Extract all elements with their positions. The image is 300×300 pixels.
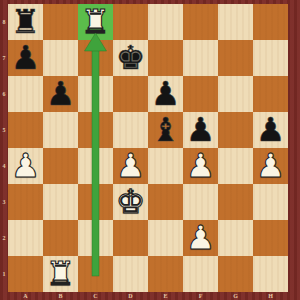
piece-white-pawn[interactable]: ♟ — [116, 148, 146, 184]
piece-white-pawn[interactable]: ♟ — [256, 148, 286, 184]
file-label-d: D — [113, 292, 148, 300]
square-f2[interactable]: ♟ — [183, 220, 218, 256]
piece-black-king[interactable]: ♚ — [116, 40, 146, 76]
square-e2[interactable] — [148, 220, 183, 256]
square-f6[interactable] — [183, 76, 218, 112]
square-c7[interactable] — [78, 40, 113, 76]
square-f4[interactable]: ♟ — [183, 148, 218, 184]
square-b5[interactable] — [43, 112, 78, 148]
square-e5[interactable]: ♝ — [148, 112, 183, 148]
square-a7[interactable]: ♟ — [8, 40, 43, 76]
square-g4[interactable] — [218, 148, 253, 184]
square-d1[interactable] — [113, 256, 148, 292]
square-d4[interactable]: ♟ — [113, 148, 148, 184]
square-a6[interactable] — [8, 76, 43, 112]
square-b2[interactable] — [43, 220, 78, 256]
square-h8[interactable] — [253, 4, 288, 40]
square-h4[interactable]: ♟ — [253, 148, 288, 184]
square-c8[interactable]: ♜ — [78, 4, 113, 40]
square-b1[interactable]: ♜ — [43, 256, 78, 292]
square-a5[interactable] — [8, 112, 43, 148]
square-c3[interactable] — [78, 184, 113, 220]
piece-white-pawn[interactable]: ♟ — [186, 220, 216, 256]
square-d6[interactable] — [113, 76, 148, 112]
square-d3[interactable]: ♚ — [113, 184, 148, 220]
square-a8[interactable]: ♜ — [8, 4, 43, 40]
square-f3[interactable] — [183, 184, 218, 220]
rank-label-8: 8 — [0, 4, 8, 40]
piece-black-pawn[interactable]: ♟ — [256, 112, 286, 148]
square-e6[interactable]: ♟ — [148, 76, 183, 112]
file-labels: ABCDEFGH — [8, 292, 288, 300]
square-e8[interactable] — [148, 4, 183, 40]
board-grid: ♜♜♟♚♟♟♝♟♟♟♟♟♟♚♟♜ — [8, 4, 288, 292]
square-c6[interactable] — [78, 76, 113, 112]
piece-black-pawn[interactable]: ♟ — [46, 76, 76, 112]
square-a3[interactable] — [8, 184, 43, 220]
square-g2[interactable] — [218, 220, 253, 256]
piece-white-rook[interactable]: ♜ — [81, 4, 111, 40]
chess-board: 87654321 ABCDEFGH ♜♜♟♚♟♟♝♟♟♟♟♟♟♚♟♜ — [0, 0, 300, 300]
square-a1[interactable] — [8, 256, 43, 292]
square-f8[interactable] — [183, 4, 218, 40]
square-b3[interactable] — [43, 184, 78, 220]
rank-label-5: 5 — [0, 112, 8, 148]
rank-label-4: 4 — [0, 148, 8, 184]
square-b7[interactable] — [43, 40, 78, 76]
square-g7[interactable] — [218, 40, 253, 76]
square-f5[interactable]: ♟ — [183, 112, 218, 148]
square-d7[interactable]: ♚ — [113, 40, 148, 76]
square-d2[interactable] — [113, 220, 148, 256]
rank-labels: 87654321 — [0, 4, 8, 292]
file-label-g: G — [218, 292, 253, 300]
file-label-h: H — [253, 292, 288, 300]
square-h7[interactable] — [253, 40, 288, 76]
square-h3[interactable] — [253, 184, 288, 220]
square-b6[interactable]: ♟ — [43, 76, 78, 112]
piece-black-pawn[interactable]: ♟ — [186, 112, 216, 148]
square-f1[interactable] — [183, 256, 218, 292]
square-h1[interactable] — [253, 256, 288, 292]
square-g8[interactable] — [218, 4, 253, 40]
square-h5[interactable]: ♟ — [253, 112, 288, 148]
piece-white-rook[interactable]: ♜ — [46, 256, 76, 292]
rank-label-7: 7 — [0, 40, 8, 76]
square-c5[interactable] — [78, 112, 113, 148]
file-label-a: A — [8, 292, 43, 300]
rank-label-3: 3 — [0, 184, 8, 220]
square-a4[interactable]: ♟ — [8, 148, 43, 184]
square-e4[interactable] — [148, 148, 183, 184]
rank-label-2: 2 — [0, 220, 8, 256]
rank-label-1: 1 — [0, 256, 8, 292]
square-g1[interactable] — [218, 256, 253, 292]
square-e3[interactable] — [148, 184, 183, 220]
file-label-e: E — [148, 292, 183, 300]
square-g5[interactable] — [218, 112, 253, 148]
square-c2[interactable] — [78, 220, 113, 256]
piece-white-pawn[interactable]: ♟ — [11, 148, 41, 184]
square-b8[interactable] — [43, 4, 78, 40]
rank-label-6: 6 — [0, 76, 8, 112]
file-label-c: C — [78, 292, 113, 300]
file-label-b: B — [43, 292, 78, 300]
piece-black-pawn[interactable]: ♟ — [11, 40, 41, 76]
square-c1[interactable] — [78, 256, 113, 292]
square-b4[interactable] — [43, 148, 78, 184]
piece-black-pawn[interactable]: ♟ — [151, 76, 181, 112]
square-d5[interactable] — [113, 112, 148, 148]
square-g6[interactable] — [218, 76, 253, 112]
square-a2[interactable] — [8, 220, 43, 256]
square-e1[interactable] — [148, 256, 183, 292]
square-e7[interactable] — [148, 40, 183, 76]
square-c4[interactable] — [78, 148, 113, 184]
square-d8[interactable] — [113, 4, 148, 40]
square-f7[interactable] — [183, 40, 218, 76]
piece-white-king[interactable]: ♚ — [116, 184, 146, 220]
square-h2[interactable] — [253, 220, 288, 256]
piece-black-bishop[interactable]: ♝ — [151, 112, 181, 148]
square-g3[interactable] — [218, 184, 253, 220]
square-h6[interactable] — [253, 76, 288, 112]
file-label-f: F — [183, 292, 218, 300]
piece-white-pawn[interactable]: ♟ — [186, 148, 216, 184]
piece-black-rook[interactable]: ♜ — [11, 4, 41, 40]
